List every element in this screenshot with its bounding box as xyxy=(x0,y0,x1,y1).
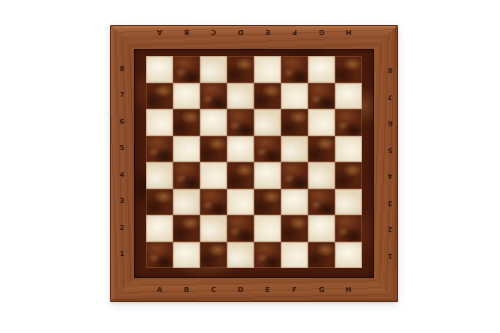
rank-label: 3 xyxy=(384,189,396,216)
rank-label: 1 xyxy=(384,242,396,269)
square-a8 xyxy=(146,56,173,83)
square-e2 xyxy=(254,215,281,242)
chess-board: ABCDEFGH ABCDEFGH 87654321 87654321 xyxy=(110,25,398,302)
square-e7 xyxy=(254,83,281,110)
file-label: G xyxy=(308,284,335,296)
square-a6 xyxy=(146,109,173,136)
rank-label: 7 xyxy=(384,83,396,110)
file-label: F xyxy=(281,284,308,296)
rank-labels-left: 87654321 xyxy=(116,56,128,268)
square-h6 xyxy=(335,109,362,136)
square-d5 xyxy=(227,136,254,163)
file-label: A xyxy=(146,284,173,296)
square-h7 xyxy=(335,83,362,110)
square-c8 xyxy=(200,56,227,83)
file-label: D xyxy=(227,284,254,296)
square-f2 xyxy=(281,215,308,242)
rank-label: 3 xyxy=(116,189,128,216)
square-a1 xyxy=(146,242,173,269)
photo-scene: ABCDEFGH ABCDEFGH 87654321 87654321 xyxy=(0,0,500,333)
square-c7 xyxy=(200,83,227,110)
square-f8 xyxy=(281,56,308,83)
square-g8 xyxy=(308,56,335,83)
rank-label: 6 xyxy=(116,109,128,136)
square-c2 xyxy=(200,215,227,242)
square-c3 xyxy=(200,189,227,216)
file-label: F xyxy=(281,26,308,38)
square-g7 xyxy=(308,83,335,110)
square-b8 xyxy=(173,56,200,83)
file-label: C xyxy=(200,284,227,296)
file-label: B xyxy=(173,26,200,38)
rank-label: 7 xyxy=(116,83,128,110)
rank-label: 8 xyxy=(116,56,128,83)
rank-label: 6 xyxy=(384,109,396,136)
square-c4 xyxy=(200,162,227,189)
square-c6 xyxy=(200,109,227,136)
square-h5 xyxy=(335,136,362,163)
square-a2 xyxy=(146,215,173,242)
square-d2 xyxy=(227,215,254,242)
file-labels-top: ABCDEFGH xyxy=(146,26,362,38)
square-d8 xyxy=(227,56,254,83)
square-f3 xyxy=(281,189,308,216)
square-b4 xyxy=(173,162,200,189)
square-e8 xyxy=(254,56,281,83)
square-h3 xyxy=(335,189,362,216)
file-labels-bottom: ABCDEFGH xyxy=(146,284,362,296)
square-h2 xyxy=(335,215,362,242)
square-g1 xyxy=(308,242,335,269)
file-label: H xyxy=(335,26,362,38)
square-g3 xyxy=(308,189,335,216)
square-b7 xyxy=(173,83,200,110)
square-a3 xyxy=(146,189,173,216)
square-e1 xyxy=(254,242,281,269)
square-g4 xyxy=(308,162,335,189)
square-b3 xyxy=(173,189,200,216)
file-label: B xyxy=(173,284,200,296)
square-d4 xyxy=(227,162,254,189)
square-d6 xyxy=(227,109,254,136)
file-label: E xyxy=(254,284,281,296)
file-label: H xyxy=(335,284,362,296)
rank-labels-right: 87654321 xyxy=(384,56,396,268)
square-a4 xyxy=(146,162,173,189)
square-c1 xyxy=(200,242,227,269)
square-b1 xyxy=(173,242,200,269)
rank-label: 5 xyxy=(116,136,128,163)
square-e5 xyxy=(254,136,281,163)
square-e3 xyxy=(254,189,281,216)
square-h4 xyxy=(335,162,362,189)
file-label: E xyxy=(254,26,281,38)
rank-label: 5 xyxy=(384,136,396,163)
square-g5 xyxy=(308,136,335,163)
square-h1 xyxy=(335,242,362,269)
square-g2 xyxy=(308,215,335,242)
square-f6 xyxy=(281,109,308,136)
square-g6 xyxy=(308,109,335,136)
rank-label: 4 xyxy=(116,162,128,189)
rank-label: 1 xyxy=(116,242,128,269)
file-label: C xyxy=(200,26,227,38)
rank-label: 2 xyxy=(384,215,396,242)
square-a7 xyxy=(146,83,173,110)
squares-grid xyxy=(146,56,362,268)
square-h8 xyxy=(335,56,362,83)
rank-label: 8 xyxy=(384,56,396,83)
square-e4 xyxy=(254,162,281,189)
square-c5 xyxy=(200,136,227,163)
square-d1 xyxy=(227,242,254,269)
file-label: A xyxy=(146,26,173,38)
square-f4 xyxy=(281,162,308,189)
square-e6 xyxy=(254,109,281,136)
square-b6 xyxy=(173,109,200,136)
square-b5 xyxy=(173,136,200,163)
file-label: G xyxy=(308,26,335,38)
square-f7 xyxy=(281,83,308,110)
square-f5 xyxy=(281,136,308,163)
file-label: D xyxy=(227,26,254,38)
rank-label: 4 xyxy=(384,162,396,189)
square-f1 xyxy=(281,242,308,269)
square-d3 xyxy=(227,189,254,216)
square-d7 xyxy=(227,83,254,110)
square-b2 xyxy=(173,215,200,242)
square-a5 xyxy=(146,136,173,163)
rank-label: 2 xyxy=(116,215,128,242)
